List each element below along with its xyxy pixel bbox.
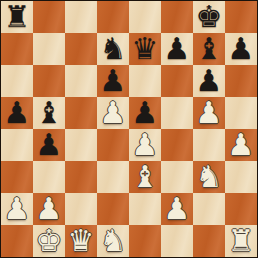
square-g5[interactable]: ♟ — [193, 97, 225, 129]
square-g2[interactable] — [193, 193, 225, 225]
piece-black-queen[interactable]: ♛ — [132, 33, 159, 65]
square-f7[interactable]: ♟ — [161, 33, 193, 65]
square-b7[interactable] — [33, 33, 65, 65]
square-d2[interactable] — [97, 193, 129, 225]
square-c1[interactable]: ♛ — [65, 225, 97, 257]
square-f6[interactable] — [161, 65, 193, 97]
piece-black-bishop[interactable]: ♝ — [196, 33, 223, 65]
piece-white-pawn[interactable]: ♟ — [100, 97, 127, 129]
square-c5[interactable] — [65, 97, 97, 129]
square-b6[interactable] — [33, 65, 65, 97]
piece-white-rook[interactable]: ♜ — [228, 225, 255, 257]
chess-board: ♜♚♞♛♟♝♟♟♟♟♝♟♟♟♟♟♟♝♞♟♟♟♚♛♞♜ — [1, 1, 257, 257]
square-a2[interactable]: ♟ — [1, 193, 33, 225]
square-c4[interactable] — [65, 129, 97, 161]
square-h6[interactable] — [225, 65, 257, 97]
square-a1[interactable] — [1, 225, 33, 257]
piece-white-bishop[interactable]: ♝ — [132, 161, 159, 193]
square-e8[interactable] — [129, 1, 161, 33]
piece-white-pawn[interactable]: ♟ — [196, 97, 223, 129]
piece-white-pawn[interactable]: ♟ — [164, 193, 191, 225]
square-h8[interactable] — [225, 1, 257, 33]
square-b3[interactable] — [33, 161, 65, 193]
square-h2[interactable] — [225, 193, 257, 225]
square-g4[interactable] — [193, 129, 225, 161]
square-b8[interactable] — [33, 1, 65, 33]
piece-white-pawn[interactable]: ♟ — [228, 129, 255, 161]
square-b4[interactable]: ♟ — [33, 129, 65, 161]
piece-white-king[interactable]: ♚ — [36, 225, 63, 257]
square-f3[interactable] — [161, 161, 193, 193]
square-d1[interactable]: ♞ — [97, 225, 129, 257]
piece-black-pawn[interactable]: ♟ — [36, 129, 63, 161]
square-f4[interactable] — [161, 129, 193, 161]
square-h5[interactable] — [225, 97, 257, 129]
piece-black-pawn[interactable]: ♟ — [164, 33, 191, 65]
square-a7[interactable] — [1, 33, 33, 65]
piece-black-bishop[interactable]: ♝ — [36, 97, 63, 129]
square-g1[interactable] — [193, 225, 225, 257]
piece-white-queen[interactable]: ♛ — [68, 225, 95, 257]
square-e3[interactable]: ♝ — [129, 161, 161, 193]
square-d4[interactable] — [97, 129, 129, 161]
square-a5[interactable]: ♟ — [1, 97, 33, 129]
square-c3[interactable] — [65, 161, 97, 193]
square-a8[interactable]: ♜ — [1, 1, 33, 33]
piece-white-knight[interactable]: ♞ — [100, 225, 127, 257]
square-d6[interactable]: ♟ — [97, 65, 129, 97]
piece-black-pawn[interactable]: ♟ — [4, 97, 31, 129]
square-h3[interactable] — [225, 161, 257, 193]
square-d8[interactable] — [97, 1, 129, 33]
piece-white-pawn[interactable]: ♟ — [132, 129, 159, 161]
square-h1[interactable]: ♜ — [225, 225, 257, 257]
square-e1[interactable] — [129, 225, 161, 257]
square-g6[interactable]: ♟ — [193, 65, 225, 97]
square-c6[interactable] — [65, 65, 97, 97]
board-frame: ♜♚♞♛♟♝♟♟♟♟♝♟♟♟♟♟♟♝♞♟♟♟♚♛♞♜ — [0, 0, 258, 258]
square-f5[interactable] — [161, 97, 193, 129]
piece-black-rook[interactable]: ♜ — [4, 1, 31, 33]
square-h4[interactable]: ♟ — [225, 129, 257, 161]
square-c8[interactable] — [65, 1, 97, 33]
square-b1[interactable]: ♚ — [33, 225, 65, 257]
square-e2[interactable] — [129, 193, 161, 225]
piece-black-knight[interactable]: ♞ — [100, 33, 127, 65]
square-g3[interactable]: ♞ — [193, 161, 225, 193]
square-d3[interactable] — [97, 161, 129, 193]
square-b5[interactable]: ♝ — [33, 97, 65, 129]
piece-white-knight[interactable]: ♞ — [196, 161, 223, 193]
square-a4[interactable] — [1, 129, 33, 161]
piece-black-pawn[interactable]: ♟ — [228, 33, 255, 65]
square-g7[interactable]: ♝ — [193, 33, 225, 65]
square-f8[interactable] — [161, 1, 193, 33]
square-c2[interactable] — [65, 193, 97, 225]
piece-black-pawn[interactable]: ♟ — [196, 65, 223, 97]
square-a3[interactable] — [1, 161, 33, 193]
piece-black-pawn[interactable]: ♟ — [132, 97, 159, 129]
square-h7[interactable]: ♟ — [225, 33, 257, 65]
square-d5[interactable]: ♟ — [97, 97, 129, 129]
piece-black-king[interactable]: ♚ — [196, 1, 223, 33]
square-e5[interactable]: ♟ — [129, 97, 161, 129]
square-f2[interactable]: ♟ — [161, 193, 193, 225]
square-g8[interactable]: ♚ — [193, 1, 225, 33]
square-a6[interactable] — [1, 65, 33, 97]
square-f1[interactable] — [161, 225, 193, 257]
piece-white-pawn[interactable]: ♟ — [36, 193, 63, 225]
square-e7[interactable]: ♛ — [129, 33, 161, 65]
square-c7[interactable] — [65, 33, 97, 65]
piece-black-pawn[interactable]: ♟ — [100, 65, 127, 97]
square-b2[interactable]: ♟ — [33, 193, 65, 225]
square-e4[interactable]: ♟ — [129, 129, 161, 161]
square-d7[interactable]: ♞ — [97, 33, 129, 65]
piece-white-pawn[interactable]: ♟ — [4, 193, 31, 225]
square-e6[interactable] — [129, 65, 161, 97]
